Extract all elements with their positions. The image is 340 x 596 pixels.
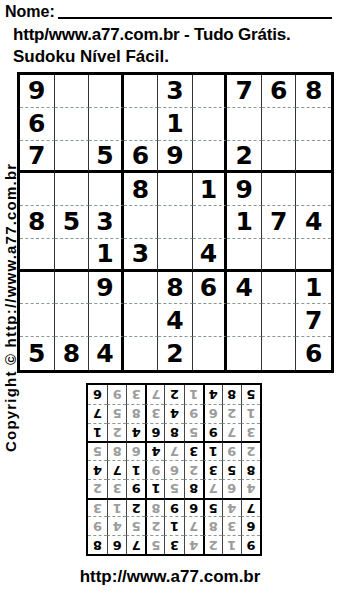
puzzle-cell-r9c2[interactable]: 8	[55, 337, 90, 370]
puzzle-level-title: Sudoku Nível Fácil.	[13, 47, 169, 67]
solution-cell-r2c5: 1	[164, 516, 183, 535]
solution-cell-r5c3: 3	[203, 460, 222, 479]
puzzle-cell-r8c9[interactable]: 7	[296, 304, 331, 337]
solution-cell-r4c3: 7	[203, 479, 222, 498]
solution-cell-r5c9: 4	[88, 460, 107, 479]
solution-cell-r1c2: 1	[222, 535, 241, 554]
solution-cell-r3c3: 5	[203, 498, 222, 517]
solution-cell-r9c2: 8	[222, 385, 241, 404]
puzzle-cell-r4c9[interactable]	[296, 173, 331, 206]
solution-cell-r8c5: 4	[164, 404, 183, 423]
puzzle-cell-r2c8[interactable]	[262, 108, 297, 141]
solution-cell-r9c3: 4	[203, 385, 222, 404]
puzzle-cell-r7c1[interactable]	[20, 272, 55, 305]
solution-cell-r4c8: 3	[107, 479, 126, 498]
puzzle-cell-r1c4[interactable]	[124, 75, 159, 108]
solution-cell-r7c9: 1	[88, 423, 107, 442]
puzzle-cell-r3c9[interactable]	[296, 141, 331, 174]
puzzle-cell-r4c5[interactable]	[158, 173, 193, 206]
solution-cell-r6c9: 5	[88, 441, 107, 460]
puzzle-cell-r8c5[interactable]: 4	[158, 304, 193, 337]
puzzle-cell-r1c6[interactable]	[193, 75, 228, 108]
solution-cell-r7c1: 3	[241, 423, 260, 442]
puzzle-cell-r7c2[interactable]	[55, 272, 90, 305]
puzzle-cell-r2c3[interactable]	[89, 108, 124, 141]
solution-cell-r5c1: 8	[241, 460, 260, 479]
solution-cell-r2c6: 2	[145, 516, 164, 535]
solution-cell-r4c7: 9	[126, 479, 145, 498]
solution-cell-r8c4: 9	[184, 404, 203, 423]
puzzle-cell-r6c4[interactable]: 3	[124, 239, 159, 272]
puzzle-cell-r5c8[interactable]: 7	[262, 206, 297, 239]
puzzle-cell-r9c3[interactable]: 4	[89, 337, 124, 370]
puzzle-cell-r4c1[interactable]	[20, 173, 55, 206]
puzzle-cell-r7c9[interactable]: 1	[296, 272, 331, 305]
solution-cell-r4c1: 4	[241, 479, 260, 498]
solution-cell-r2c4: 7	[184, 516, 203, 535]
puzzle-cell-r9c1[interactable]: 5	[20, 337, 55, 370]
solution-cell-r6c3: 1	[203, 441, 222, 460]
solution-cell-r2c8: 4	[107, 516, 126, 535]
solution-cell-r8c3: 6	[203, 404, 222, 423]
solution-cell-r3c6: 8	[145, 498, 164, 517]
puzzle-cell-r5c5[interactable]	[158, 206, 193, 239]
puzzle-cell-r5c2[interactable]: 5	[55, 206, 90, 239]
solution-cell-r2c9: 9	[88, 516, 107, 535]
solution-cell-r1c3: 2	[203, 535, 222, 554]
solution-cell-r9c6: 7	[145, 385, 164, 404]
solution-cell-r5c4: 2	[184, 460, 203, 479]
solution-cell-r8c9: 7	[88, 404, 107, 423]
puzzle-cell-r9c7[interactable]	[227, 337, 262, 370]
puzzle-cell-r3c3[interactable]: 5	[89, 141, 124, 174]
puzzle-cell-r5c7[interactable]: 1	[227, 206, 262, 239]
puzzle-cell-r2c9[interactable]	[296, 108, 331, 141]
puzzle-cell-r2c2[interactable]	[55, 108, 90, 141]
solution-cell-r2c1: 6	[241, 516, 260, 535]
sudoku-solution-grid-upside-down: 9124357686387125497456982134678519328532…	[86, 383, 262, 556]
solution-cell-r3c7: 2	[126, 498, 145, 517]
puzzle-cell-r8c7[interactable]	[227, 304, 262, 337]
solution-cell-r1c7: 7	[126, 535, 145, 554]
puzzle-cell-r8c3[interactable]	[89, 304, 124, 337]
solution-cell-r6c6: 4	[145, 441, 164, 460]
solution-cell-r7c8: 2	[107, 423, 126, 442]
solution-cell-r3c9: 3	[88, 498, 107, 517]
puzzle-cell-r6c9[interactable]	[296, 239, 331, 272]
solution-cell-r7c3: 9	[203, 423, 222, 442]
puzzle-cell-r1c3[interactable]	[89, 75, 124, 108]
solution-cell-r9c8: 9	[107, 385, 126, 404]
solution-cell-r4c6: 1	[145, 479, 164, 498]
solution-cell-r9c9: 6	[88, 385, 107, 404]
solution-cell-r1c5: 3	[164, 535, 183, 554]
puzzle-cell-r6c3[interactable]: 1	[89, 239, 124, 272]
puzzle-cell-r9c6[interactable]	[193, 337, 228, 370]
puzzle-cell-r4c2[interactable]	[55, 173, 90, 206]
solution-cell-r3c1: 7	[241, 498, 260, 517]
solution-cell-r7c4: 5	[184, 423, 203, 442]
solution-cell-r9c4: 1	[184, 385, 203, 404]
puzzle-cell-r1c7[interactable]: 7	[227, 75, 262, 108]
puzzle-cell-r6c8[interactable]	[262, 239, 297, 272]
solution-cell-r4c4: 8	[184, 479, 203, 498]
sudoku-puzzle-grid: 937686175692819853174134986414758426	[17, 72, 334, 373]
puzzle-cell-r4c6[interactable]: 1	[193, 173, 228, 206]
name-field-row: Nome:	[5, 3, 332, 20]
puzzle-cell-r9c8[interactable]	[262, 337, 297, 370]
puzzle-cell-r9c5[interactable]: 2	[158, 337, 193, 370]
solution-cell-r5c6: 9	[145, 460, 164, 479]
solution-cell-r4c2: 6	[222, 479, 241, 498]
puzzle-cell-r6c2[interactable]	[55, 239, 90, 272]
footer-url: http://www.a77.com.br	[0, 567, 340, 587]
solution-cell-r8c2: 2	[222, 404, 241, 423]
solution-cell-r1c1: 9	[241, 535, 260, 554]
puzzle-cell-r7c4[interactable]	[124, 272, 159, 305]
solution-cell-r6c5: 7	[164, 441, 183, 460]
solution-cell-r6c8: 8	[107, 441, 126, 460]
puzzle-cell-r7c6[interactable]: 6	[193, 272, 228, 305]
puzzle-cell-r8c1[interactable]	[20, 304, 55, 337]
solution-cell-r3c5: 9	[164, 498, 183, 517]
puzzle-cell-r5c4[interactable]	[124, 206, 159, 239]
solution-cell-r2c2: 3	[222, 516, 241, 535]
site-title: http/www.a77.com.br - Tudo Grátis.	[13, 25, 291, 45]
solution-cell-r8c7: 8	[126, 404, 145, 423]
puzzle-cell-r8c8[interactable]	[262, 304, 297, 337]
puzzle-cell-r1c2[interactable]	[55, 75, 90, 108]
solution-cell-r6c4: 3	[184, 441, 203, 460]
puzzle-cell-r8c4[interactable]	[124, 304, 159, 337]
puzzle-cell-r7c5[interactable]: 8	[158, 272, 193, 305]
solution-cell-r5c2: 5	[222, 460, 241, 479]
solution-cell-r3c8: 1	[107, 498, 126, 517]
solution-cell-r6c1: 2	[241, 441, 260, 460]
puzzle-cell-r9c4[interactable]	[124, 337, 159, 370]
sudoku-worksheet-page: Nome: http/www.a77.com.br - Tudo Grátis.…	[0, 0, 340, 596]
solution-cell-r7c5: 8	[164, 423, 183, 442]
solution-cell-r1c6: 5	[145, 535, 164, 554]
puzzle-cell-r8c6[interactable]	[193, 304, 228, 337]
solution-cell-r5c7: 1	[126, 460, 145, 479]
puzzle-cell-r5c3[interactable]: 3	[89, 206, 124, 239]
solution-cell-r5c5: 6	[164, 460, 183, 479]
solution-cell-r7c6: 6	[145, 423, 164, 442]
puzzle-cell-r8c2[interactable]	[55, 304, 90, 337]
puzzle-cell-r1c1[interactable]: 9	[20, 75, 55, 108]
puzzle-cell-r6c7[interactable]	[227, 239, 262, 272]
puzzle-cell-r3c1[interactable]: 7	[20, 141, 55, 174]
puzzle-cell-r3c4[interactable]: 6	[124, 141, 159, 174]
solution-cell-r7c7: 4	[126, 423, 145, 442]
solution-cell-r1c8: 6	[107, 535, 126, 554]
puzzle-cell-r3c7[interactable]: 2	[227, 141, 262, 174]
puzzle-cell-r5c1[interactable]: 8	[20, 206, 55, 239]
solution-cell-r2c3: 8	[203, 516, 222, 535]
solution-cell-r4c9: 2	[88, 479, 107, 498]
puzzle-cell-r4c8[interactable]	[262, 173, 297, 206]
puzzle-cell-r2c5[interactable]: 1	[158, 108, 193, 141]
puzzle-cell-r7c7[interactable]: 4	[227, 272, 262, 305]
solution-cell-r3c2: 4	[222, 498, 241, 517]
solution-cell-r9c7: 3	[126, 385, 145, 404]
puzzle-cell-r6c6[interactable]: 4	[193, 239, 228, 272]
solution-cell-r6c2: 9	[222, 441, 241, 460]
solution-cell-r2c7: 5	[126, 516, 145, 535]
solution-cell-r4c5: 5	[164, 479, 183, 498]
puzzle-cell-r9c9[interactable]: 6	[296, 337, 331, 370]
solution-cell-r7c2: 7	[222, 423, 241, 442]
puzzle-cell-r6c5[interactable]	[158, 239, 193, 272]
puzzle-cell-r3c2[interactable]	[55, 141, 90, 174]
solution-cell-r1c9: 8	[88, 535, 107, 554]
puzzle-cell-r3c8[interactable]	[262, 141, 297, 174]
solution-cell-r8c1: 1	[241, 404, 260, 423]
puzzle-cell-r5c6[interactable]	[193, 206, 228, 239]
solution-cell-r1c4: 4	[184, 535, 203, 554]
puzzle-cell-r2c1[interactable]: 6	[20, 108, 55, 141]
puzzle-cell-r5c9[interactable]: 4	[296, 206, 331, 239]
puzzle-cell-r1c5[interactable]: 3	[158, 75, 193, 108]
puzzle-cell-r2c6[interactable]	[193, 108, 228, 141]
puzzle-cell-r3c6[interactable]	[193, 141, 228, 174]
puzzle-cell-r2c7[interactable]	[227, 108, 262, 141]
puzzle-cell-r4c3[interactable]	[89, 173, 124, 206]
solution-cell-r9c1: 5	[241, 385, 260, 404]
solution-cell-r3c4: 6	[184, 498, 203, 517]
puzzle-cell-r6c1[interactable]	[20, 239, 55, 272]
puzzle-cell-r7c3[interactable]: 9	[89, 272, 124, 305]
solution-cell-r8c6: 3	[145, 404, 164, 423]
puzzle-cell-r2c4[interactable]	[124, 108, 159, 141]
name-label: Nome:	[5, 3, 55, 20]
name-fill-in-line[interactable]	[58, 5, 332, 19]
puzzle-cell-r4c4[interactable]: 8	[124, 173, 159, 206]
puzzle-cell-r7c8[interactable]	[262, 272, 297, 305]
solution-cell-r6c7: 6	[126, 441, 145, 460]
puzzle-cell-r1c8[interactable]: 6	[262, 75, 297, 108]
puzzle-cell-r3c5[interactable]: 9	[158, 141, 193, 174]
solution-cell-r9c5: 2	[164, 385, 183, 404]
solution-cell-r5c8: 7	[107, 460, 126, 479]
solution-cell-r8c8: 5	[107, 404, 126, 423]
puzzle-cell-r4c7[interactable]: 9	[227, 173, 262, 206]
puzzle-cell-r1c9[interactable]: 8	[296, 75, 331, 108]
